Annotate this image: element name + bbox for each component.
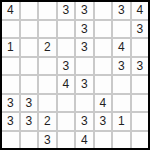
empty-cell-r4c3[interactable]	[39, 58, 56, 75]
empty-cell-r8c4[interactable]	[58, 132, 75, 149]
empty-cell-r3c6[interactable]	[95, 39, 112, 56]
clue-cell-r5c5: 3	[76, 76, 93, 93]
clue-cell-r4c4: 3	[58, 58, 75, 75]
empty-cell-r8c6[interactable]	[95, 132, 112, 149]
clue-cell-r7c6: 3	[95, 113, 112, 130]
empty-cell-r7c8[interactable]	[132, 113, 149, 130]
clue-cell-r3c1: 1	[2, 39, 19, 56]
empty-cell-r2c4[interactable]	[58, 21, 75, 38]
empty-cell-r6c3[interactable]	[39, 95, 56, 112]
empty-cell-r4c2[interactable]	[21, 58, 38, 75]
clue-cell-r4c7: 3	[113, 58, 130, 75]
empty-cell-r2c1[interactable]	[2, 21, 19, 38]
clue-cell-r1c7: 3	[113, 2, 130, 19]
empty-cell-r1c2[interactable]	[21, 2, 38, 19]
clue-cell-r3c7: 4	[113, 39, 130, 56]
clue-cell-r2c5: 3	[76, 21, 93, 38]
clue-cell-r7c3: 2	[39, 113, 56, 130]
puzzle-grid: 433343312343334333433233134	[0, 0, 150, 150]
empty-cell-r8c1[interactable]	[2, 132, 19, 149]
empty-cell-r4c1[interactable]	[2, 58, 19, 75]
empty-cell-r5c6[interactable]	[95, 76, 112, 93]
empty-cell-r6c5[interactable]	[76, 95, 93, 112]
clue-cell-r1c1: 4	[2, 2, 19, 19]
empty-cell-r4c5[interactable]	[76, 58, 93, 75]
clue-cell-r1c4: 3	[58, 2, 75, 19]
empty-cell-r8c8[interactable]	[132, 132, 149, 149]
clue-cell-r7c2: 3	[21, 113, 38, 130]
clue-cell-r8c3: 3	[39, 132, 56, 149]
empty-cell-r8c2[interactable]	[21, 132, 38, 149]
empty-cell-r3c8[interactable]	[132, 39, 149, 56]
clue-cell-r1c8: 4	[132, 2, 149, 19]
clue-cell-r6c2: 3	[21, 95, 38, 112]
empty-cell-r5c3[interactable]	[39, 76, 56, 93]
clue-cell-r5c4: 4	[58, 76, 75, 93]
clue-cell-r6c6: 4	[95, 95, 112, 112]
clue-cell-r3c5: 3	[76, 39, 93, 56]
clue-cell-r2c8: 3	[132, 21, 149, 38]
empty-cell-r3c4[interactable]	[58, 39, 75, 56]
empty-cell-r5c1[interactable]	[2, 76, 19, 93]
empty-cell-r3c2[interactable]	[21, 39, 38, 56]
empty-cell-r2c7[interactable]	[113, 21, 130, 38]
empty-cell-r6c7[interactable]	[113, 95, 130, 112]
empty-cell-r2c2[interactable]	[21, 21, 38, 38]
empty-cell-r5c2[interactable]	[21, 76, 38, 93]
clue-cell-r7c5: 3	[76, 113, 93, 130]
empty-cell-r1c3[interactable]	[39, 2, 56, 19]
empty-cell-r6c4[interactable]	[58, 95, 75, 112]
empty-cell-r6c8[interactable]	[132, 95, 149, 112]
empty-cell-r5c8[interactable]	[132, 76, 149, 93]
empty-cell-r1c6[interactable]	[95, 2, 112, 19]
clue-cell-r3c3: 2	[39, 39, 56, 56]
empty-cell-r5c7[interactable]	[113, 76, 130, 93]
clue-cell-r7c1: 3	[2, 113, 19, 130]
clue-cell-r4c8: 3	[132, 58, 149, 75]
clue-cell-r8c5: 4	[76, 132, 93, 149]
empty-cell-r2c3[interactable]	[39, 21, 56, 38]
empty-cell-r4c6[interactable]	[95, 58, 112, 75]
clue-cell-r1c5: 3	[76, 2, 93, 19]
clue-cell-r6c1: 3	[2, 95, 19, 112]
empty-cell-r7c4[interactable]	[58, 113, 75, 130]
empty-cell-r8c7[interactable]	[113, 132, 130, 149]
empty-cell-r2c6[interactable]	[95, 21, 112, 38]
clue-cell-r7c7: 1	[113, 113, 130, 130]
